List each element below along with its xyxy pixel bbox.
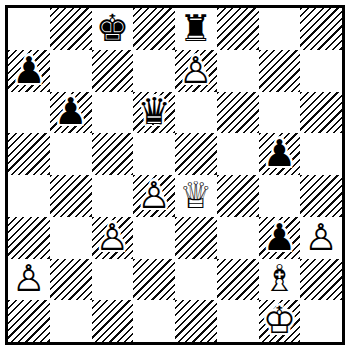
black-queen-glyph: ♛ xyxy=(138,93,171,130)
piece-white-pawn[interactable]: ♟♙ xyxy=(133,175,175,217)
piece-white-queen[interactable]: ♛♕ xyxy=(175,175,217,217)
piece-white-pawn[interactable]: ♟♙ xyxy=(8,259,50,301)
square-e6[interactable] xyxy=(175,92,217,134)
black-pawn-glyph: ♟ xyxy=(12,51,45,88)
square-b5[interactable] xyxy=(50,133,92,175)
white-pawn-glyph: ♙ xyxy=(179,51,212,88)
square-e5[interactable] xyxy=(175,133,217,175)
square-f2[interactable] xyxy=(217,259,259,301)
square-d2[interactable] xyxy=(133,259,175,301)
square-g7[interactable] xyxy=(259,50,301,92)
square-f1[interactable] xyxy=(217,300,259,342)
square-b7[interactable] xyxy=(50,50,92,92)
square-e2[interactable] xyxy=(175,259,217,301)
square-d8[interactable] xyxy=(133,8,175,50)
square-h2[interactable] xyxy=(300,259,342,301)
piece-white-pawn[interactable]: ♟♙ xyxy=(300,217,342,259)
piece-black-queen[interactable]: ♛ xyxy=(133,92,175,134)
square-g6[interactable] xyxy=(259,92,301,134)
square-e3[interactable] xyxy=(175,217,217,259)
piece-white-pawn[interactable]: ♟♙ xyxy=(175,50,217,92)
black-rook-glyph: ♜ xyxy=(179,10,212,47)
square-f3[interactable] xyxy=(217,217,259,259)
white-king-glyph: ♔ xyxy=(263,302,296,339)
square-a7[interactable]: ♟ xyxy=(8,50,50,92)
square-h5[interactable] xyxy=(300,133,342,175)
chess-diagram: ♚♜♟♟♙♟♛♟♟♙♛♕♟♙♟♟♙♟♙♝♗♚♔ xyxy=(0,0,350,350)
square-c5[interactable] xyxy=(92,133,134,175)
square-a6[interactable] xyxy=(8,92,50,134)
square-d3[interactable] xyxy=(133,217,175,259)
square-g8[interactable] xyxy=(259,8,301,50)
black-pawn-glyph: ♟ xyxy=(54,93,87,130)
square-f7[interactable] xyxy=(217,50,259,92)
square-g1[interactable]: ♚♔ xyxy=(259,300,301,342)
square-c6[interactable] xyxy=(92,92,134,134)
white-bishop-glyph: ♗ xyxy=(263,260,296,297)
square-h7[interactable] xyxy=(300,50,342,92)
square-f5[interactable] xyxy=(217,133,259,175)
square-g5[interactable]: ♟ xyxy=(259,133,301,175)
square-b6[interactable]: ♟ xyxy=(50,92,92,134)
piece-white-bishop[interactable]: ♝♗ xyxy=(259,259,301,301)
square-h1[interactable] xyxy=(300,300,342,342)
black-pawn-glyph: ♟ xyxy=(263,135,296,172)
square-c4[interactable] xyxy=(92,175,134,217)
square-e8[interactable]: ♜ xyxy=(175,8,217,50)
white-pawn-glyph: ♙ xyxy=(96,218,129,255)
piece-white-pawn[interactable]: ♟♙ xyxy=(92,217,134,259)
square-c7[interactable] xyxy=(92,50,134,92)
piece-black-pawn[interactable]: ♟ xyxy=(259,133,301,175)
white-pawn-glyph: ♙ xyxy=(305,218,338,255)
square-g2[interactable]: ♝♗ xyxy=(259,259,301,301)
square-h3[interactable]: ♟♙ xyxy=(300,217,342,259)
square-a8[interactable] xyxy=(8,8,50,50)
black-pawn-glyph: ♟ xyxy=(263,218,296,255)
square-h4[interactable] xyxy=(300,175,342,217)
square-b8[interactable] xyxy=(50,8,92,50)
white-pawn-glyph: ♙ xyxy=(138,177,171,214)
square-b2[interactable] xyxy=(50,259,92,301)
square-b4[interactable] xyxy=(50,175,92,217)
square-d4[interactable]: ♟♙ xyxy=(133,175,175,217)
square-c3[interactable]: ♟♙ xyxy=(92,217,134,259)
board-frame: ♚♜♟♟♙♟♛♟♟♙♛♕♟♙♟♟♙♟♙♝♗♚♔ xyxy=(5,5,345,345)
square-e4[interactable]: ♛♕ xyxy=(175,175,217,217)
square-a4[interactable] xyxy=(8,175,50,217)
white-pawn-glyph: ♙ xyxy=(12,260,45,297)
chess-board: ♚♜♟♟♙♟♛♟♟♙♛♕♟♙♟♟♙♟♙♝♗♚♔ xyxy=(8,8,342,342)
square-a2[interactable]: ♟♙ xyxy=(8,259,50,301)
square-e7[interactable]: ♟♙ xyxy=(175,50,217,92)
white-queen-glyph: ♕ xyxy=(179,177,212,214)
square-f4[interactable] xyxy=(217,175,259,217)
piece-black-pawn[interactable]: ♟ xyxy=(259,217,301,259)
square-h6[interactable] xyxy=(300,92,342,134)
piece-black-rook[interactable]: ♜ xyxy=(175,8,217,50)
square-c2[interactable] xyxy=(92,259,134,301)
square-a1[interactable] xyxy=(8,300,50,342)
square-e1[interactable] xyxy=(175,300,217,342)
piece-black-pawn[interactable]: ♟ xyxy=(50,92,92,134)
square-h8[interactable] xyxy=(300,8,342,50)
square-d7[interactable] xyxy=(133,50,175,92)
square-a5[interactable] xyxy=(8,133,50,175)
black-king-glyph: ♚ xyxy=(96,10,129,47)
square-d5[interactable] xyxy=(133,133,175,175)
square-b3[interactable] xyxy=(50,217,92,259)
square-f6[interactable] xyxy=(217,92,259,134)
piece-white-king[interactable]: ♚♔ xyxy=(259,300,301,342)
square-b1[interactable] xyxy=(50,300,92,342)
square-c1[interactable] xyxy=(92,300,134,342)
square-g3[interactable]: ♟ xyxy=(259,217,301,259)
square-c8[interactable]: ♚ xyxy=(92,8,134,50)
square-f8[interactable] xyxy=(217,8,259,50)
square-d1[interactable] xyxy=(133,300,175,342)
piece-black-king[interactable]: ♚ xyxy=(92,8,134,50)
square-d6[interactable]: ♛ xyxy=(133,92,175,134)
piece-black-pawn[interactable]: ♟ xyxy=(8,50,50,92)
square-a3[interactable] xyxy=(8,217,50,259)
square-g4[interactable] xyxy=(259,175,301,217)
